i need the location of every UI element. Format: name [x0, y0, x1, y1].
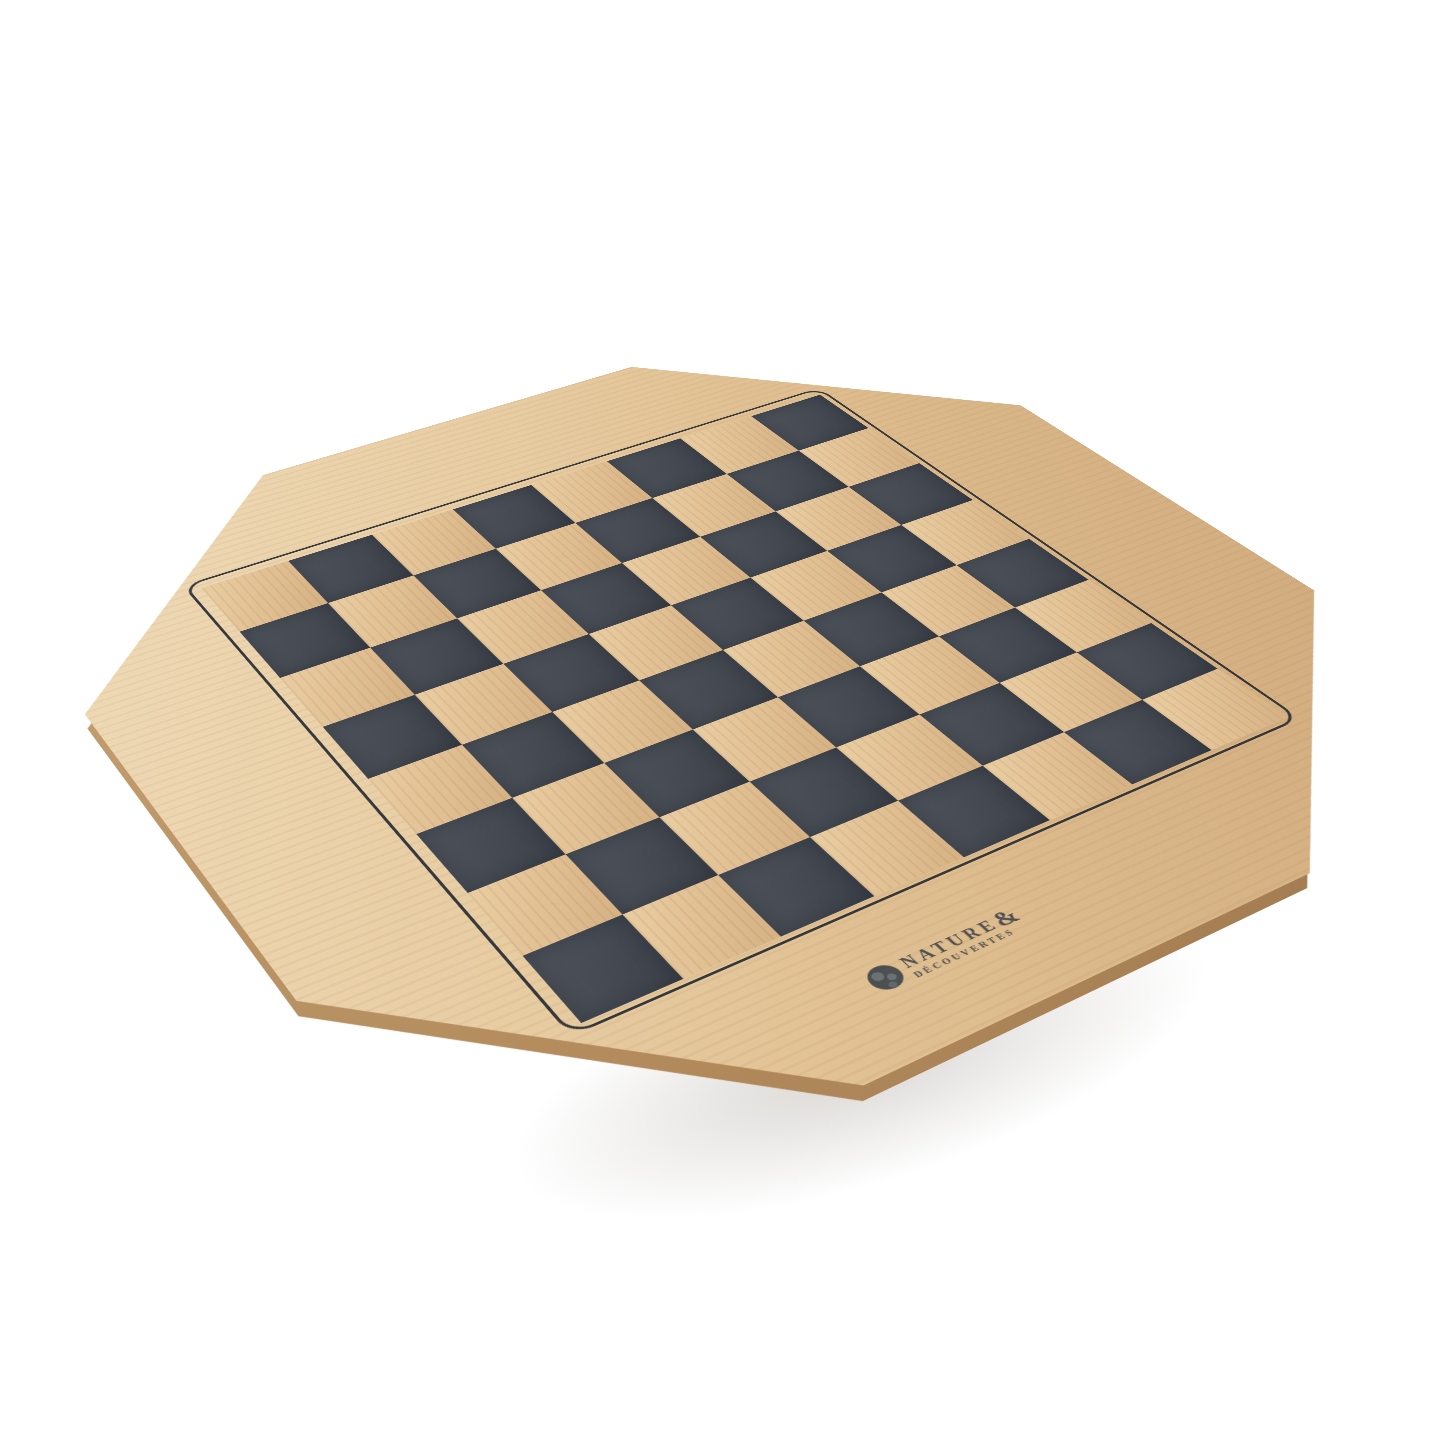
globe-icon — [859, 961, 909, 995]
pawn-icon: ♟ — [747, 393, 827, 478]
pawn-icon: ♟ — [433, 489, 519, 580]
pawn-icon: ♟ — [595, 439, 678, 527]
pawn-icon: ♟ — [516, 464, 600, 553]
brand-logo: NATURE& DÉCOUVERTES — [857, 880, 1089, 997]
pawn-icon: ♟ — [348, 515, 435, 608]
pawn-icon: ♟ — [819, 371, 898, 455]
pawn-icon: ♟ — [259, 543, 348, 637]
rook-icon: ♜ — [537, 828, 666, 964]
brand-text: NATURE& DÉCOUVERTES — [893, 905, 1033, 980]
pawn-icon: ♟ — [672, 416, 754, 502]
chess-set-photo: NATURE& DÉCOUVERTES ♜♞♝♛♚♝♞♜♟♟♟♟♟♟♟♟♟♟♟♟… — [0, 0, 1445, 1445]
